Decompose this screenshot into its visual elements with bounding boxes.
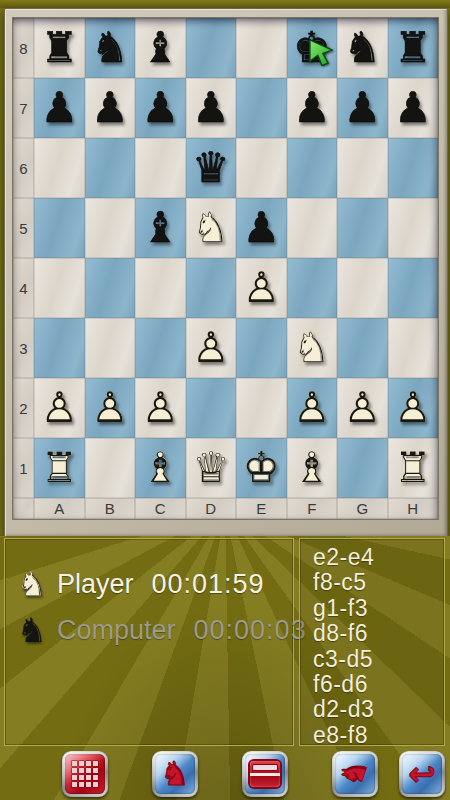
player-row-white: ♞♘ Player 00:01:59 [5, 561, 293, 607]
top-strip [0, 0, 450, 8]
square-h8[interactable]: ♜ [388, 18, 439, 78]
file-label-g: G [337, 498, 388, 519]
black-pawn[interactable]: ♟ [135, 78, 186, 138]
player-row-black: ♞ Computer 00:00:03 [5, 607, 293, 653]
black-pawn[interactable]: ♟ [85, 78, 136, 138]
white-rook[interactable]: ♜♖ [388, 438, 439, 498]
square-e5[interactable]: ♟ [236, 198, 287, 258]
square-a5[interactable] [34, 198, 85, 258]
move-entry: d8-f6 [313, 621, 444, 646]
black-pawn[interactable]: ♟ [186, 78, 237, 138]
white-pawn[interactable]: ♟♙ [388, 378, 439, 438]
white-bishop[interactable]: ♝♗ [135, 438, 186, 498]
black-rook[interactable]: ♜ [388, 18, 439, 78]
square-d8[interactable] [186, 18, 237, 78]
square-b3[interactable] [85, 318, 136, 378]
move-entry: d2-d3 [313, 697, 444, 722]
black-pawn[interactable]: ♟ [34, 78, 85, 138]
square-g5[interactable] [337, 198, 388, 258]
rank-label-3: 3 [13, 318, 34, 378]
white-bishop[interactable]: ♝♗ [287, 438, 338, 498]
file-label-b: B [85, 498, 136, 519]
square-b6[interactable] [85, 138, 136, 198]
black-knight[interactable]: ♞ [337, 18, 388, 78]
square-a1[interactable]: ♜♖ [34, 438, 85, 498]
square-f1[interactable]: ♝♗ [287, 438, 338, 498]
square-c4[interactable] [135, 258, 186, 318]
square-e8[interactable] [236, 18, 287, 78]
square-f7[interactable]: ♟ [287, 78, 338, 138]
white-pawn[interactable]: ♟♙ [135, 378, 186, 438]
square-h5[interactable] [388, 198, 439, 258]
computer-clock: 00:00:03 [194, 615, 307, 646]
move-entry: c3-d5 [313, 647, 444, 672]
file-label-d: D [186, 498, 237, 519]
square-c1[interactable]: ♝♗ [135, 438, 186, 498]
board-corner [13, 498, 34, 519]
square-a3[interactable] [34, 318, 85, 378]
black-bishop[interactable]: ♝ [135, 198, 186, 258]
file-label-c: C [135, 498, 186, 519]
square-g7[interactable]: ♟ [337, 78, 388, 138]
square-g4[interactable] [337, 258, 388, 318]
square-g3[interactable] [337, 318, 388, 378]
square-f6[interactable] [287, 138, 338, 198]
move-list[interactable]: e2-e4f8-c5g1-f3d8-f6c3-d5f6-d6d2-d3e8-f8 [299, 538, 445, 746]
square-d2[interactable] [186, 378, 237, 438]
square-c7[interactable]: ♟ [135, 78, 186, 138]
square-f8[interactable]: ♚ [287, 18, 338, 78]
clock-panel: ♞♘ Player 00:01:59 ♞ Computer 00:00:03 [4, 538, 294, 746]
player-clock: 00:01:59 [152, 569, 265, 600]
black-rook[interactable]: ♜ [34, 18, 85, 78]
chess-board-frame: 8♜♞♝♚ ♞♜7♟♟♟♟♟♟♟6♛5♝♞♘♟4♟♙3♟♙♞♘2♟♙♟♙♟♙♟♙… [4, 8, 448, 538]
square-g8[interactable]: ♞ [337, 18, 388, 78]
square-c8[interactable]: ♝ [135, 18, 186, 78]
white-pawn[interactable]: ♟♙ [337, 378, 388, 438]
file-label-a: A [34, 498, 85, 519]
rank-label-1: 1 [13, 438, 34, 498]
square-g2[interactable]: ♟♙ [337, 378, 388, 438]
square-e6[interactable] [236, 138, 287, 198]
move-entry: f8-c5 [313, 570, 444, 595]
square-f3[interactable]: ♞♘ [287, 318, 338, 378]
white-rook[interactable]: ♜♖ [34, 438, 85, 498]
square-f4[interactable] [287, 258, 338, 318]
square-a2[interactable]: ♟♙ [34, 378, 85, 438]
square-b5[interactable] [85, 198, 136, 258]
chess-board[interactable]: 8♜♞♝♚ ♞♜7♟♟♟♟♟♟♟6♛5♝♞♘♟4♟♙3♟♙♞♘2♟♙♟♙♟♙♟♙… [12, 17, 439, 520]
rank-label-4: 4 [13, 258, 34, 318]
file-label-h: H [388, 498, 439, 519]
fallen-knight-icon: ♞ [335, 754, 375, 794]
black-pawn[interactable]: ♟ [337, 78, 388, 138]
square-e2[interactable] [236, 378, 287, 438]
square-e1[interactable]: ♚♔ [236, 438, 287, 498]
white-pawn[interactable]: ♟♙ [186, 318, 237, 378]
file-label-f: F [287, 498, 338, 519]
black-bishop[interactable]: ♝ [135, 18, 186, 78]
square-g6[interactable] [337, 138, 388, 198]
square-g1[interactable] [337, 438, 388, 498]
undo-arrow-icon: ↩ [402, 754, 442, 794]
stacked-boards-button[interactable] [242, 751, 288, 797]
square-e7[interactable] [236, 78, 287, 138]
white-knight[interactable]: ♞♘ [186, 198, 237, 258]
square-a8[interactable]: ♜ [34, 18, 85, 78]
black-queen[interactable]: ♛ [186, 138, 237, 198]
stacked-boards-icon [245, 754, 285, 794]
white-pawn[interactable]: ♟♙ [85, 378, 136, 438]
move-entry: f6-d6 [313, 672, 444, 697]
app-screen: 8♜♞♝♚ ♞♜7♟♟♟♟♟♟♟6♛5♝♞♘♟4♟♙3♟♙♞♘2♟♙♟♙♟♙♟♙… [0, 0, 450, 800]
black-pawn[interactable]: ♟ [287, 78, 338, 138]
move-entry: g1-f3 [313, 596, 444, 621]
square-d7[interactable]: ♟ [186, 78, 237, 138]
move-entry: e2-e4 [313, 545, 444, 570]
square-c3[interactable] [135, 318, 186, 378]
rank-label-2: 2 [13, 378, 34, 438]
square-c2[interactable]: ♟♙ [135, 378, 186, 438]
black-pawn[interactable]: ♟ [388, 78, 439, 138]
player-name: Player [57, 569, 134, 600]
undo-move-button[interactable]: ↩ [399, 751, 445, 797]
new-game-knight-button[interactable]: ♞ [152, 751, 198, 797]
white-pawn[interactable]: ♟♙ [287, 378, 338, 438]
lower-panel: ♞♘ Player 00:01:59 ♞ Computer 00:00:03 e… [0, 536, 450, 800]
square-a4[interactable] [34, 258, 85, 318]
white-queen[interactable]: ♛♕ [186, 438, 237, 498]
board-grid-button[interactable] [62, 751, 108, 797]
rank-label-8: 8 [13, 18, 34, 78]
cursor-arrow-icon [308, 38, 336, 66]
square-h6[interactable] [388, 138, 439, 198]
rank-label-6: 6 [13, 138, 34, 198]
move-entry: e8-f8 [313, 723, 444, 746]
square-d1[interactable]: ♛♕ [186, 438, 237, 498]
square-h1[interactable]: ♜♖ [388, 438, 439, 498]
computer-name: Computer [57, 615, 176, 646]
white-pawn[interactable]: ♟♙ [236, 258, 287, 318]
white-pawn[interactable]: ♟♙ [34, 378, 85, 438]
square-e3[interactable] [236, 318, 287, 378]
black-knight[interactable]: ♞ [85, 18, 136, 78]
square-b2[interactable]: ♟♙ [85, 378, 136, 438]
white-knight[interactable]: ♞♘ [287, 318, 338, 378]
square-h3[interactable] [388, 318, 439, 378]
square-d3[interactable]: ♟♙ [186, 318, 237, 378]
square-c5[interactable]: ♝ [135, 198, 186, 258]
square-a7[interactable]: ♟ [34, 78, 85, 138]
square-h7[interactable]: ♟ [388, 78, 439, 138]
white-knight-icon: ♞♘ [13, 564, 51, 604]
square-f5[interactable] [287, 198, 338, 258]
knight-icon: ♞ [155, 754, 195, 794]
square-b8[interactable]: ♞ [85, 18, 136, 78]
toolbar: ♞ ♞ ↩ [0, 748, 450, 800]
resign-fallen-knight-button[interactable]: ♞ [332, 751, 378, 797]
square-b1[interactable] [85, 438, 136, 498]
square-h2[interactable]: ♟♙ [388, 378, 439, 438]
square-c6[interactable] [135, 138, 186, 198]
square-b7[interactable]: ♟ [85, 78, 136, 138]
black-pawn[interactable]: ♟ [236, 198, 287, 258]
square-f2[interactable]: ♟♙ [287, 378, 338, 438]
square-d5[interactable]: ♞♘ [186, 198, 237, 258]
square-b4[interactable] [85, 258, 136, 318]
board-grid-icon [65, 754, 105, 794]
square-a6[interactable] [34, 138, 85, 198]
rank-label-7: 7 [13, 78, 34, 138]
rank-label-5: 5 [13, 198, 34, 258]
square-d4[interactable] [186, 258, 237, 318]
square-d6[interactable]: ♛ [186, 138, 237, 198]
white-king[interactable]: ♚♔ [236, 438, 287, 498]
black-knight-icon: ♞ [13, 610, 51, 650]
square-e4[interactable]: ♟♙ [236, 258, 287, 318]
file-label-e: E [236, 498, 287, 519]
square-h4[interactable] [388, 258, 439, 318]
